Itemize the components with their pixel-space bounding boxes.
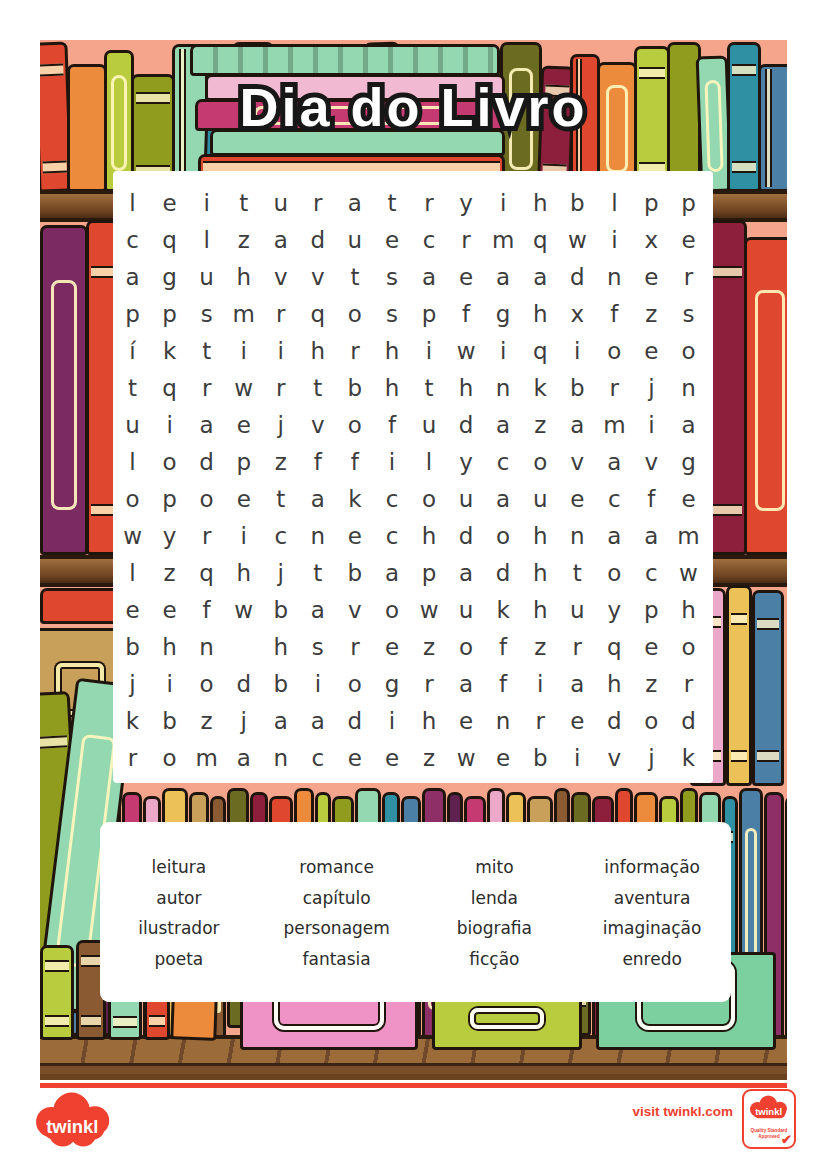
- grid-cell: e: [373, 740, 410, 777]
- grid-cell: i: [485, 184, 522, 221]
- grid-cell: h: [522, 295, 559, 332]
- grid-cell: f: [633, 481, 670, 518]
- grid-cell: z: [225, 221, 262, 258]
- grid-cell: z: [151, 555, 188, 592]
- grid-cell: k: [522, 369, 559, 406]
- grid-cell: j: [633, 369, 670, 406]
- grid-cell: e: [151, 184, 188, 221]
- grid-cell: n: [299, 518, 336, 555]
- grid-cell: a: [559, 406, 596, 443]
- grid-cell: a: [299, 592, 336, 629]
- word-item: poeta: [155, 944, 204, 975]
- grid-cell: u: [336, 221, 373, 258]
- grid-cell: w: [225, 592, 262, 629]
- grid-cell: s: [373, 258, 410, 295]
- grid-cell: a: [448, 555, 485, 592]
- grid-cell: a: [188, 406, 225, 443]
- twinkl-logo-text: twinkl: [46, 1116, 98, 1137]
- grid-cell: z: [633, 295, 670, 332]
- grid-cell: n: [262, 740, 299, 777]
- grid-cell: l: [114, 555, 151, 592]
- grid-cell: o: [670, 629, 707, 666]
- grid-cell: z: [411, 629, 448, 666]
- grid-cell: y: [151, 518, 188, 555]
- grid-cell: d: [596, 703, 633, 740]
- grid-cell: f: [485, 666, 522, 703]
- checkmark-icon: ✔: [781, 1132, 792, 1147]
- grid-cell: j: [633, 740, 670, 777]
- grid-cell: g: [373, 666, 410, 703]
- grid-cell: p: [151, 295, 188, 332]
- grid-cell: j: [114, 666, 151, 703]
- grid-cell: r: [411, 666, 448, 703]
- grid-cell: s: [188, 295, 225, 332]
- grid-cell: k: [485, 592, 522, 629]
- grid-cell: r: [299, 184, 336, 221]
- grid-cell: w: [225, 369, 262, 406]
- grid-cell: a: [299, 703, 336, 740]
- grid-cell: t: [299, 555, 336, 592]
- grid-cell: b: [151, 703, 188, 740]
- grid-cell: t: [225, 184, 262, 221]
- grid-cell: w: [114, 518, 151, 555]
- grid-cell: i: [225, 332, 262, 369]
- grid-cell: z: [411, 740, 448, 777]
- grid-cell: z: [262, 443, 299, 480]
- grid-cell: e: [336, 740, 373, 777]
- grid-cell: i: [262, 332, 299, 369]
- grid-cell: m: [670, 518, 707, 555]
- grid-cell: í: [114, 332, 151, 369]
- grid-cell: a: [485, 406, 522, 443]
- grid-cell: f: [336, 443, 373, 480]
- book-spine: [190, 44, 500, 76]
- grid-cell: a: [596, 518, 633, 555]
- grid-cell: e: [633, 332, 670, 369]
- grid-cell: v: [559, 443, 596, 480]
- grid-cell: f: [299, 443, 336, 480]
- grid-cell: s: [373, 295, 410, 332]
- grid-cell: v: [596, 740, 633, 777]
- word-item: ficção: [469, 944, 519, 975]
- visit-twinkl-link[interactable]: visit twinkl.com: [632, 1104, 733, 1119]
- grid-cell: i: [485, 332, 522, 369]
- word-item: lenda: [471, 883, 518, 914]
- grid-cell: h: [299, 332, 336, 369]
- grid-cell: x: [633, 221, 670, 258]
- book-spine: [752, 590, 784, 786]
- grid-cell: i: [151, 406, 188, 443]
- grid-cell: z: [522, 629, 559, 666]
- grid-cell: m: [485, 221, 522, 258]
- grid-cell: e: [485, 740, 522, 777]
- grid-cell: u: [448, 592, 485, 629]
- grid-cell: b: [559, 369, 596, 406]
- grid-cell: e: [373, 629, 410, 666]
- grid-cell: a: [411, 258, 448, 295]
- grid-cell: n: [485, 369, 522, 406]
- grid-cell: o: [373, 592, 410, 629]
- grid-cell: p: [633, 592, 670, 629]
- grid-cell: o: [596, 555, 633, 592]
- grid-cell: d: [299, 221, 336, 258]
- grid-cell: h: [522, 555, 559, 592]
- grid-cell: p: [633, 184, 670, 221]
- grid-cell: f: [188, 592, 225, 629]
- grid-cell: i: [373, 703, 410, 740]
- grid-cell: q: [299, 295, 336, 332]
- grid-cell: i: [188, 184, 225, 221]
- grid-cell: a: [633, 518, 670, 555]
- word-list: leituraautorilustradorpoetaromancecapítu…: [100, 852, 731, 974]
- grid-cell: a: [114, 258, 151, 295]
- grid-cell: i: [559, 332, 596, 369]
- grid-cell: i: [411, 332, 448, 369]
- grid-cell: o: [448, 629, 485, 666]
- grid-cell: q: [522, 332, 559, 369]
- grid-cell: u: [411, 406, 448, 443]
- grid-cell: p: [151, 481, 188, 518]
- word-item: autor: [156, 883, 201, 914]
- grid-cell: a: [485, 481, 522, 518]
- grid-cell: h: [151, 629, 188, 666]
- grid-cell: r: [262, 295, 299, 332]
- grid-cell: c: [373, 518, 410, 555]
- footer-divider: [40, 1083, 787, 1088]
- twinkl-logo: twinkl: [32, 1090, 114, 1154]
- book-spine: [40, 225, 88, 555]
- grid-cell: e: [225, 481, 262, 518]
- grid-cell: m: [188, 740, 225, 777]
- grid-cell: h: [225, 555, 262, 592]
- page-title: Dia do Livro Dia do Livro: [40, 76, 787, 150]
- grid-cell: u: [522, 481, 559, 518]
- grid-cell: g: [151, 258, 188, 295]
- grid-cell: e: [448, 703, 485, 740]
- book-spine: [785, 796, 787, 1046]
- grid-cell: o: [485, 518, 522, 555]
- grid-cell: m: [225, 295, 262, 332]
- grid-cell: a: [373, 555, 410, 592]
- grid-cell: a: [262, 221, 299, 258]
- grid-cell: u: [448, 481, 485, 518]
- grid-cell: n: [485, 703, 522, 740]
- word-list-column: leituraautorilustradorpoeta: [100, 852, 258, 974]
- grid-cell: t: [299, 369, 336, 406]
- word-item: fantasia: [302, 944, 370, 975]
- grid-cell: h: [373, 369, 410, 406]
- grid-cell: w: [448, 332, 485, 369]
- grid-cell: v: [336, 592, 373, 629]
- grid-cell: a: [670, 406, 707, 443]
- grid-cell: v: [633, 443, 670, 480]
- grid-cell: d: [336, 703, 373, 740]
- grid-cell: e: [151, 592, 188, 629]
- grid-cell: i: [373, 443, 410, 480]
- grid-cell: d: [559, 258, 596, 295]
- grid-cell: i: [299, 666, 336, 703]
- grid-cell: f: [485, 629, 522, 666]
- grid-cell: f: [373, 406, 410, 443]
- grid-cell: b: [336, 555, 373, 592]
- grid-cell: p: [225, 443, 262, 480]
- grid-cell: t: [411, 369, 448, 406]
- word-item: biografia: [457, 913, 532, 944]
- grid-cell: q: [596, 629, 633, 666]
- grid-cell: q: [151, 221, 188, 258]
- grid-cell: b: [262, 592, 299, 629]
- letter-grid: leituratryihblppcqlzaduecrmqwixeaguhvvts…: [114, 184, 707, 777]
- grid-cell: v: [299, 258, 336, 295]
- grid-cell: h: [262, 629, 299, 666]
- grid-cell: o: [596, 332, 633, 369]
- grid-cell: i: [559, 740, 596, 777]
- grid-cell: h: [448, 369, 485, 406]
- grid-cell: j: [262, 406, 299, 443]
- word-item: informação: [604, 852, 700, 883]
- grid-cell: b: [336, 369, 373, 406]
- grid-cell: z: [633, 666, 670, 703]
- word-item: mito: [475, 852, 513, 883]
- grid-cell: w: [411, 592, 448, 629]
- grid-cell: k: [151, 332, 188, 369]
- grid-cell: z: [522, 406, 559, 443]
- grid-cell: t: [559, 555, 596, 592]
- grid-cell: b: [262, 666, 299, 703]
- grid-cell: i: [151, 666, 188, 703]
- grid-cell: d: [448, 406, 485, 443]
- grid-cell: i: [596, 221, 633, 258]
- grid-cell: u: [114, 406, 151, 443]
- grid-cell: q: [522, 221, 559, 258]
- grid-cell: e: [670, 481, 707, 518]
- grid-cell: m: [596, 406, 633, 443]
- grid-cell: i: [225, 518, 262, 555]
- book-spine: [726, 585, 752, 786]
- grid-cell: a: [522, 258, 559, 295]
- grid-cell: s: [299, 629, 336, 666]
- grid-cell: o: [336, 295, 373, 332]
- grid-cell: o: [114, 481, 151, 518]
- grid-cell: a: [299, 481, 336, 518]
- floor-board: [40, 1063, 787, 1080]
- grid-cell: c: [373, 481, 410, 518]
- word-item: imaginação: [603, 913, 702, 944]
- grid-cell: c: [262, 518, 299, 555]
- grid-cell: w: [559, 221, 596, 258]
- grid-cell: e: [670, 221, 707, 258]
- grid-cell: w: [670, 555, 707, 592]
- grid-cell: f: [448, 295, 485, 332]
- grid-cell: k: [336, 481, 373, 518]
- grid-cell: u: [559, 592, 596, 629]
- grid-cell: o: [188, 666, 225, 703]
- grid-cell: n: [188, 629, 225, 666]
- grid-cell: o: [151, 740, 188, 777]
- grid-cell: d: [485, 555, 522, 592]
- grid-cell: p: [411, 555, 448, 592]
- grid-cell: h: [411, 518, 448, 555]
- grid-cell: [225, 629, 262, 666]
- grid-cell: h: [596, 666, 633, 703]
- word-item: ilustrador: [138, 913, 219, 944]
- grid-cell: r: [336, 332, 373, 369]
- grid-cell: r: [188, 518, 225, 555]
- grid-cell: b: [114, 629, 151, 666]
- grid-cell: h: [522, 592, 559, 629]
- grid-cell: r: [262, 369, 299, 406]
- grid-cell: q: [151, 369, 188, 406]
- grid-cell: d: [448, 518, 485, 555]
- grid-cell: i: [633, 406, 670, 443]
- grid-cell: a: [262, 703, 299, 740]
- grid-cell: r: [336, 629, 373, 666]
- grid-cell: t: [262, 481, 299, 518]
- grid-cell: h: [411, 703, 448, 740]
- grid-cell: n: [670, 369, 707, 406]
- grid-cell: o: [670, 332, 707, 369]
- word-item: leitura: [151, 852, 206, 883]
- grid-cell: o: [336, 666, 373, 703]
- grid-cell: o: [336, 406, 373, 443]
- box-label: [470, 1008, 545, 1028]
- grid-cell: j: [225, 703, 262, 740]
- grid-cell: o: [633, 703, 670, 740]
- grid-cell: e: [633, 629, 670, 666]
- grid-cell: o: [188, 481, 225, 518]
- grid-cell: r: [670, 666, 707, 703]
- grid-cell: e: [633, 258, 670, 295]
- word-list-column: mitolendabiografiaficção: [416, 852, 574, 974]
- grid-cell: r: [522, 703, 559, 740]
- grid-cell: l: [411, 443, 448, 480]
- grid-cell: z: [188, 703, 225, 740]
- word-list-column: romancecapítulopersonagemfantasia: [258, 852, 416, 974]
- grid-cell: a: [336, 184, 373, 221]
- book-spine: [40, 945, 74, 1040]
- word-item: aventura: [614, 883, 691, 914]
- grid-cell: c: [114, 221, 151, 258]
- grid-cell: t: [336, 258, 373, 295]
- word-item: capítulo: [303, 883, 371, 914]
- word-item: personagem: [283, 913, 390, 944]
- grid-cell: p: [411, 295, 448, 332]
- grid-cell: h: [522, 184, 559, 221]
- grid-cell: g: [485, 295, 522, 332]
- book-spine: [744, 237, 787, 555]
- grid-cell: r: [559, 629, 596, 666]
- grid-cell: t: [373, 184, 410, 221]
- grid-cell: x: [559, 295, 596, 332]
- grid-cell: u: [188, 258, 225, 295]
- grid-cell: k: [114, 703, 151, 740]
- grid-cell: r: [596, 369, 633, 406]
- grid-cell: c: [485, 443, 522, 480]
- grid-cell: n: [596, 258, 633, 295]
- grid-cell: t: [114, 369, 151, 406]
- grid-cell: j: [262, 555, 299, 592]
- grid-cell: y: [448, 184, 485, 221]
- grid-cell: a: [485, 258, 522, 295]
- grid-cell: e: [559, 703, 596, 740]
- grid-cell: e: [448, 258, 485, 295]
- grid-cell: t: [188, 332, 225, 369]
- grid-cell: c: [596, 481, 633, 518]
- grid-cell: y: [596, 592, 633, 629]
- grid-cell: e: [114, 592, 151, 629]
- grid-cell: a: [596, 443, 633, 480]
- grid-cell: l: [114, 443, 151, 480]
- grid-cell: a: [559, 666, 596, 703]
- word-item: romance: [299, 852, 374, 883]
- grid-cell: d: [225, 666, 262, 703]
- grid-cell: r: [670, 258, 707, 295]
- grid-cell: f: [596, 295, 633, 332]
- quality-badge-cloud-icon: twinkl: [747, 1094, 791, 1124]
- grid-cell: l: [114, 184, 151, 221]
- grid-cell: e: [336, 518, 373, 555]
- grid-cell: d: [188, 443, 225, 480]
- grid-cell: e: [373, 221, 410, 258]
- grid-cell: h: [670, 592, 707, 629]
- grid-cell: e: [559, 481, 596, 518]
- grid-cell: o: [411, 481, 448, 518]
- word-list-column: informaçãoaventuraimaginaçãoenredo: [573, 852, 731, 974]
- grid-cell: d: [670, 703, 707, 740]
- grid-cell: o: [151, 443, 188, 480]
- grid-cell: y: [448, 443, 485, 480]
- grid-cell: v: [262, 258, 299, 295]
- grid-cell: a: [225, 740, 262, 777]
- grid-cell: l: [596, 184, 633, 221]
- grid-cell: i: [522, 666, 559, 703]
- grid-cell: r: [114, 740, 151, 777]
- grid-cell: c: [633, 555, 670, 592]
- grid-cell: s: [670, 295, 707, 332]
- worksheet-page: Dia do Livro Dia do Livro leituratryihbl…: [0, 0, 827, 1169]
- grid-cell: h: [522, 518, 559, 555]
- grid-cell: c: [411, 221, 448, 258]
- grid-cell: c: [299, 740, 336, 777]
- grid-cell: w: [448, 740, 485, 777]
- grid-cell: p: [114, 295, 151, 332]
- grid-cell: e: [225, 406, 262, 443]
- grid-cell: o: [522, 443, 559, 480]
- grid-cell: h: [373, 332, 410, 369]
- grid-cell: l: [188, 221, 225, 258]
- grid-cell: r: [448, 221, 485, 258]
- grid-cell: n: [559, 518, 596, 555]
- grid-cell: b: [522, 740, 559, 777]
- grid-cell: k: [670, 740, 707, 777]
- word-item: enredo: [622, 944, 682, 975]
- grid-cell: h: [225, 258, 262, 295]
- grid-cell: b: [559, 184, 596, 221]
- grid-cell: r: [411, 184, 448, 221]
- grid-cell: g: [670, 443, 707, 480]
- grid-cell: r: [188, 369, 225, 406]
- grid-cell: u: [262, 184, 299, 221]
- quality-badge: twinkl Quality Standard Approved ✔: [742, 1089, 796, 1149]
- page-title-text: Dia do Livro: [40, 76, 787, 138]
- grid-cell: a: [448, 666, 485, 703]
- grid-cell: v: [299, 406, 336, 443]
- quality-badge-logo-text: twinkl: [755, 1106, 782, 1117]
- grid-cell: p: [670, 184, 707, 221]
- grid-cell: q: [188, 555, 225, 592]
